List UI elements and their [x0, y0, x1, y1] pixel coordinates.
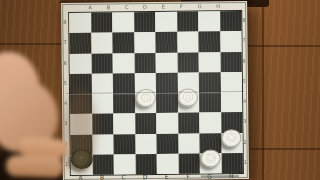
white-piece-d4[interactable]: ⛀	[136, 89, 156, 107]
square-b1[interactable]	[93, 154, 115, 174]
square-d3[interactable]	[135, 113, 157, 133]
file-label-c: C	[118, 4, 136, 10]
square-c5[interactable]	[113, 73, 135, 93]
play-area: ⛀⛀⛀⛂⛀	[68, 10, 244, 176]
fine-print-smudge	[201, 175, 239, 177]
file-labels-top: ABCDEFGH	[81, 3, 227, 10]
square-c1[interactable]	[114, 154, 136, 174]
white-man-glyph: ⛀	[137, 90, 155, 106]
square-c7[interactable]	[113, 32, 135, 52]
white-man-glyph: ⛀	[201, 150, 219, 166]
square-h2[interactable]: ⛀	[221, 133, 243, 153]
file-label-d: D	[136, 4, 154, 10]
square-f2[interactable]	[178, 133, 200, 153]
square-c4[interactable]	[113, 93, 135, 113]
square-e1[interactable]	[157, 154, 179, 174]
square-h7[interactable]	[220, 31, 242, 51]
square-f7[interactable]	[177, 32, 199, 52]
square-d1[interactable]	[136, 154, 158, 174]
square-h1[interactable]	[221, 153, 243, 173]
square-h5[interactable]	[220, 72, 242, 92]
white-piece-h2[interactable]: ⛀	[222, 129, 242, 147]
square-f1[interactable]	[178, 153, 200, 173]
white-piece-f4[interactable]: ⛀	[178, 89, 198, 107]
square-e4[interactable]	[156, 93, 178, 113]
file-label-f: F	[172, 3, 190, 9]
square-c6[interactable]	[113, 53, 135, 73]
white-piece-g1[interactable]: ⛀	[200, 149, 220, 167]
square-f4[interactable]: ⛀	[178, 93, 200, 113]
square-b2[interactable]	[92, 134, 114, 154]
player-hand	[0, 0, 90, 180]
square-b3[interactable]	[92, 114, 114, 134]
square-c8[interactable]	[113, 12, 135, 32]
plank-seam	[246, 45, 320, 47]
photo-scene: ABCDEFGH ABCDEFGH 87654321 87654321 ⛀⛀⛀⛂…	[0, 0, 320, 180]
file-label-g: G	[191, 3, 209, 9]
square-h6[interactable]	[220, 52, 242, 72]
square-h8[interactable]	[220, 11, 242, 31]
square-c3[interactable]	[114, 113, 136, 133]
square-f3[interactable]	[178, 113, 200, 133]
file-label-e: E	[154, 3, 172, 9]
square-e5[interactable]	[156, 73, 178, 93]
square-e7[interactable]	[156, 32, 178, 52]
square-f8[interactable]	[177, 12, 199, 32]
square-d2[interactable]	[135, 133, 157, 153]
square-g7[interactable]	[199, 32, 221, 52]
white-man-glyph: ⛀	[179, 90, 197, 106]
square-d8[interactable]	[134, 12, 156, 32]
square-b7[interactable]	[91, 33, 113, 53]
square-c2[interactable]	[114, 134, 136, 154]
square-b6[interactable]	[92, 53, 114, 73]
square-b4[interactable]	[92, 93, 114, 113]
square-d7[interactable]	[134, 32, 156, 52]
square-e3[interactable]	[157, 113, 179, 133]
square-g8[interactable]	[198, 11, 220, 31]
square-d6[interactable]	[134, 52, 156, 72]
white-man-glyph: ⛀	[223, 130, 241, 146]
square-b5[interactable]	[92, 73, 114, 93]
square-g3[interactable]	[199, 113, 221, 133]
square-h4[interactable]	[221, 92, 243, 112]
square-f6[interactable]	[177, 52, 199, 72]
file-label-b: B	[99, 4, 117, 10]
hand-finger	[6, 155, 65, 178]
square-g6[interactable]	[199, 52, 221, 72]
file-label-h: H	[209, 3, 227, 9]
square-g1[interactable]: ⛀	[200, 153, 222, 173]
square-d4[interactable]: ⛀	[135, 93, 157, 113]
square-g4[interactable]	[199, 92, 221, 112]
plank-seam	[250, 148, 320, 150]
square-e8[interactable]	[155, 12, 177, 32]
square-b8[interactable]	[91, 12, 113, 32]
square-e2[interactable]	[157, 133, 179, 153]
square-e6[interactable]	[156, 52, 178, 72]
square-g5[interactable]	[199, 72, 221, 92]
plank-seam	[262, 0, 264, 180]
